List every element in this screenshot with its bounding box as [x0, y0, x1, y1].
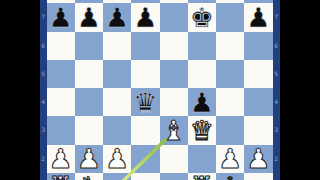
square-b7[interactable]: ♟	[75, 3, 103, 31]
square-f6[interactable]	[188, 32, 216, 60]
square-a1[interactable]: ♜	[47, 173, 75, 180]
square-f2[interactable]	[188, 145, 216, 173]
square-e7[interactable]	[160, 3, 188, 31]
square-f5[interactable]	[188, 60, 216, 88]
square-d5[interactable]	[131, 60, 159, 88]
piece-black-pawn-h7[interactable]: ♟	[244, 3, 272, 31]
square-b3[interactable]	[75, 116, 103, 144]
rank-label-3-right: 3	[273, 127, 281, 133]
square-c5[interactable]	[103, 60, 131, 88]
square-a2[interactable]: ♟	[47, 145, 75, 173]
square-h5[interactable]	[244, 60, 272, 88]
square-e3[interactable]: ♝	[160, 116, 188, 144]
piece-white-pawn-g2[interactable]: ♟	[216, 145, 244, 173]
square-c3[interactable]	[103, 116, 131, 144]
square-e2[interactable]	[160, 145, 188, 173]
square-c1[interactable]	[103, 173, 131, 180]
piece-white-pawn-c2[interactable]: ♟	[103, 145, 131, 173]
square-d7[interactable]: ♟	[131, 3, 159, 31]
square-h3[interactable]	[244, 116, 272, 144]
square-g4[interactable]	[216, 88, 244, 116]
square-b1[interactable]: ♞	[75, 173, 103, 180]
square-f7[interactable]: ♚	[188, 3, 216, 31]
square-c6[interactable]	[103, 32, 131, 60]
square-a3[interactable]	[47, 116, 75, 144]
square-a4[interactable]	[47, 88, 75, 116]
rank-label-6-right: 6	[273, 43, 281, 49]
piece-white-pawn-a2[interactable]: ♟	[47, 145, 75, 173]
square-g5[interactable]	[216, 60, 244, 88]
square-d4[interactable]: ♛	[131, 88, 159, 116]
piece-white-rook-f1[interactable]: ♜	[188, 173, 216, 180]
square-g6[interactable]	[216, 32, 244, 60]
piece-white-queen-f3[interactable]: ♛	[188, 116, 216, 144]
rank-label-5-right: 5	[273, 71, 281, 77]
square-f4[interactable]: ♟	[188, 88, 216, 116]
square-f1[interactable]: ♜	[188, 173, 216, 180]
piece-black-king-f7[interactable]: ♚	[188, 3, 216, 31]
square-d3[interactable]	[131, 116, 159, 144]
square-d6[interactable]	[131, 32, 159, 60]
piece-black-queen-d4[interactable]: ♛	[131, 88, 159, 116]
square-c4[interactable]	[103, 88, 131, 116]
chess-board: ♜♞♝♝♞♜♟♟♟♟♚♟♛♟♝♛♟♟♟♟♟♜♞♜♚	[47, 0, 273, 180]
square-e4[interactable]	[160, 88, 188, 116]
piece-black-pawn-f4[interactable]: ♟	[188, 88, 216, 116]
square-h7[interactable]: ♟	[244, 3, 272, 31]
piece-white-pawn-b2[interactable]: ♟	[75, 145, 103, 173]
square-b4[interactable]	[75, 88, 103, 116]
square-h6[interactable]	[244, 32, 272, 60]
board-border-right: 765432	[273, 0, 281, 180]
piece-white-bishop-e3[interactable]: ♝	[160, 116, 188, 144]
square-g1[interactable]: ♚	[216, 173, 244, 180]
piece-black-pawn-b7[interactable]: ♟	[75, 3, 103, 31]
square-c2[interactable]: ♟	[103, 145, 131, 173]
square-b5[interactable]	[75, 60, 103, 88]
square-h1[interactable]	[244, 173, 272, 180]
rank-label-4-right: 4	[273, 99, 281, 105]
piece-black-pawn-c7[interactable]: ♟	[103, 3, 131, 31]
square-a7[interactable]: ♟	[47, 3, 75, 31]
square-d2[interactable]	[131, 145, 159, 173]
square-f3[interactable]: ♛	[188, 116, 216, 144]
square-c7[interactable]: ♟	[103, 3, 131, 31]
square-b6[interactable]	[75, 32, 103, 60]
square-e1[interactable]	[160, 173, 188, 180]
square-e6[interactable]	[160, 32, 188, 60]
piece-white-knight-b1[interactable]: ♞	[75, 173, 103, 180]
square-g3[interactable]	[216, 116, 244, 144]
square-g7[interactable]	[216, 3, 244, 31]
square-b2[interactable]: ♟	[75, 145, 103, 173]
piece-white-king-g1[interactable]: ♚	[216, 173, 244, 180]
rank-label-7-right: 7	[273, 14, 281, 20]
piece-black-pawn-d7[interactable]: ♟	[131, 3, 159, 31]
piece-black-pawn-a7[interactable]: ♟	[47, 3, 75, 31]
rank-label-2-right: 2	[273, 156, 281, 162]
chess-board-viewport: 765432 765432 ♜♞♝♝♞♜♟♟♟♟♚♟♛♟♝♛♟♟♟♟♟♜♞♜♚	[0, 0, 320, 180]
square-a6[interactable]	[47, 32, 75, 60]
square-h2[interactable]: ♟	[244, 145, 272, 173]
piece-white-rook-a1[interactable]: ♜	[47, 173, 75, 180]
square-h4[interactable]	[244, 88, 272, 116]
piece-white-pawn-h2[interactable]: ♟	[244, 145, 272, 173]
square-d1[interactable]	[131, 173, 159, 180]
square-a5[interactable]	[47, 60, 75, 88]
square-g2[interactable]: ♟	[216, 145, 244, 173]
square-e5[interactable]	[160, 60, 188, 88]
